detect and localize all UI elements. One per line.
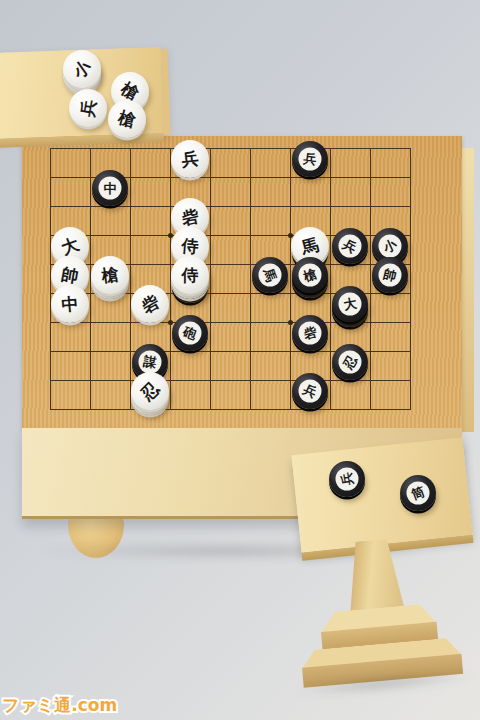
piece-sticker: 兵: [336, 468, 359, 491]
piece-kanji: 筒: [410, 485, 427, 502]
piece-kanji: 帥: [57, 262, 82, 287]
piece-kanji: 兵: [303, 151, 318, 166]
black-disc: 槍: [292, 257, 328, 293]
piece-sticker: 砦: [299, 321, 322, 344]
piece-sticker: 兵: [299, 147, 322, 170]
white-disc: 槍: [91, 256, 129, 294]
piece-kanji: 槍: [98, 262, 123, 287]
piece-kanji: 帥: [382, 267, 398, 283]
black-disc: 中: [92, 170, 128, 206]
black-disc: 兵: [292, 373, 328, 409]
piece-sticker: 大: [339, 292, 362, 315]
black-disc: 砲: [172, 315, 208, 351]
famitsu-watermark: ファミ通.com: [2, 694, 117, 717]
black-disc: 兵: [292, 141, 328, 177]
black-disc: 兵: [329, 461, 365, 497]
piece-sticker: 馬: [259, 263, 282, 286]
piece-kanji: 馬: [297, 232, 324, 259]
white-disc: 砦: [131, 285, 169, 323]
black-disc: 砦: [292, 315, 328, 351]
star-point: [168, 320, 173, 325]
piece-kanji: 忍: [341, 353, 359, 371]
white-disc: 槍: [108, 100, 146, 138]
piece-kanji: 中: [104, 181, 117, 194]
piece-kanji: 侍: [178, 234, 202, 258]
piece-kanji: 中: [58, 292, 82, 316]
white-disc: 侍: [171, 256, 209, 294]
piece-sticker: 兵: [339, 234, 362, 257]
piece-kanji: 砦: [302, 325, 318, 341]
white-disc: 小: [63, 50, 101, 88]
white-disc: 兵: [69, 89, 107, 127]
black-disc: 兵: [332, 228, 368, 264]
piece-kanji: 忍: [134, 375, 165, 406]
piece-kanji: 兵: [301, 382, 318, 399]
piece-kanji: 砲: [182, 324, 199, 341]
piece-sticker: 兵: [299, 379, 322, 402]
photo-scene: 兵兵中砦大侍馬兵小帥槍侍馬槍帥中砦大砲砦謀忍忍兵小槍兵槍兵筒 ファミ通.com: [0, 0, 480, 720]
black-stand-pedestal: [287, 529, 467, 691]
piece-sticker: 槍: [299, 263, 322, 286]
white-disc: 忍: [131, 372, 169, 410]
piece-kanji: 小: [67, 54, 98, 85]
piece-kanji: 砦: [135, 288, 165, 318]
piece-kanji: 謀: [142, 354, 157, 369]
piece-kanji: 馬: [262, 266, 279, 283]
piece-sticker: 砲: [179, 321, 202, 344]
star-point: [288, 320, 293, 325]
piece-kanji: 兵: [178, 146, 202, 170]
piece-sticker: 謀: [139, 350, 162, 373]
piece-kanji: 槍: [302, 266, 319, 283]
white-disc: 兵: [171, 140, 209, 178]
white-disc: 中: [51, 285, 89, 323]
piece-kanji: 侍: [179, 264, 201, 286]
piece-kanji: 小: [381, 237, 398, 254]
black-disc: 筒: [400, 475, 436, 511]
piece-sticker: 小: [379, 234, 402, 257]
piece-kanji: 兵: [339, 471, 354, 486]
piece-sticker: 筒: [407, 482, 430, 505]
black-disc: 大: [332, 286, 368, 322]
pedestal-column: [341, 538, 407, 617]
piece-kanji: 兵: [341, 237, 359, 255]
black-disc: 忍: [332, 344, 368, 380]
piece-kanji: 大: [342, 296, 357, 311]
piece-kanji: 槍: [114, 106, 141, 133]
black-disc: 帥: [372, 257, 408, 293]
piece-sticker: 帥: [379, 263, 402, 286]
piece-sticker: 忍: [339, 350, 362, 373]
piece-sticker: 中: [99, 176, 122, 199]
piece-kanji: 兵: [75, 95, 100, 120]
black-disc: 馬: [252, 257, 288, 293]
